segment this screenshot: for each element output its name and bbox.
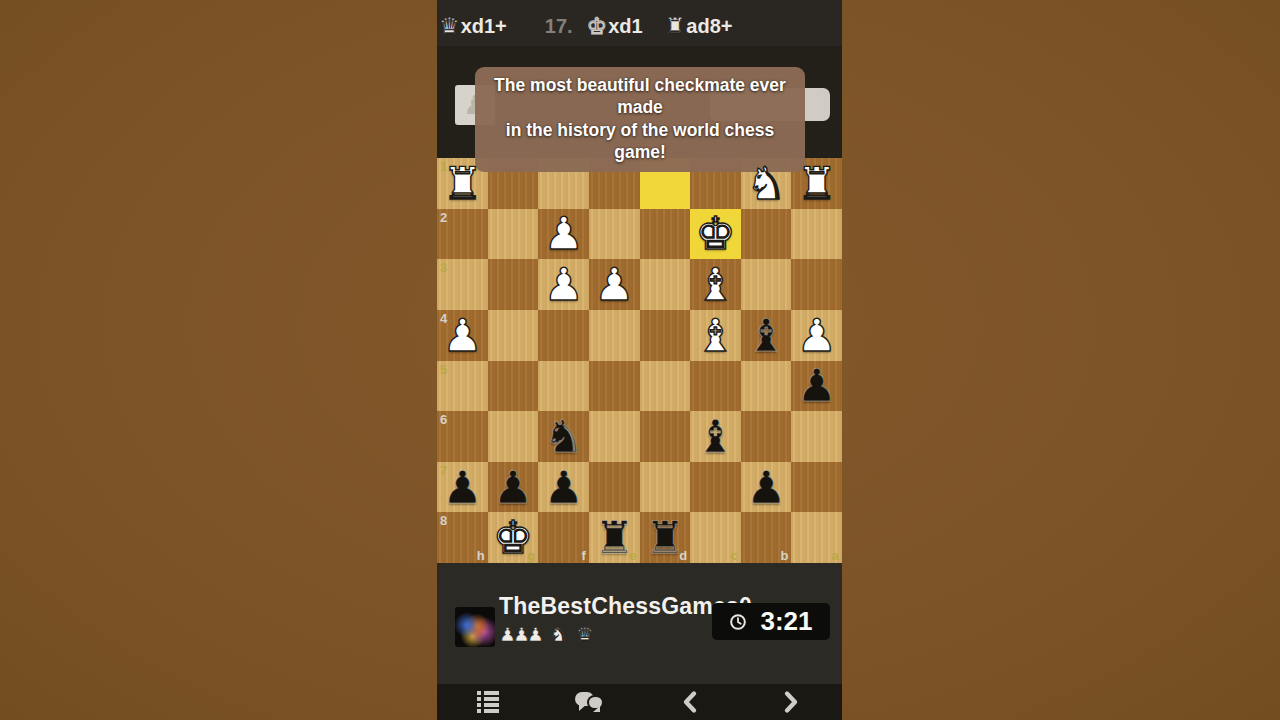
square-h3[interactable]: 3 [437,259,488,310]
clock-icon [729,613,747,631]
rank-label-1: 1 [440,159,447,174]
chess-board[interactable]: 1♜♞♜2♟♚3♟♟♝4♟♝♝♟5♟6♞♝7♟♟♟♟8hg♚fe♜d♜cba [437,158,842,563]
square-e6[interactable] [589,411,640,462]
move-text: xd1+ [461,15,507,38]
square-h6[interactable]: 6 [437,411,488,462]
square-g5[interactable] [488,361,539,412]
rank-label-2: 2 [440,210,447,225]
square-d4[interactable] [640,310,691,361]
video-caption: The most beautiful checkmate ever made i… [475,67,805,172]
rook-figurine-icon: ♜ [665,15,686,38]
file-label-d: d [679,548,687,563]
black-bishop: ♝ [741,310,792,361]
file-label-a: a [832,548,839,563]
square-h4[interactable]: 4♟ [437,310,488,361]
white-pawn: ♟ [791,310,842,361]
square-e3[interactable]: ♟ [589,259,640,310]
caption-line-1: The most beautiful checkmate ever made [481,74,799,119]
captured-queen: ♛ [576,623,593,645]
black-pawn: ♟ [741,462,792,513]
square-c3[interactable]: ♝ [690,259,741,310]
file-label-b: b [780,548,788,563]
square-c2[interactable]: ♚ [690,209,741,260]
square-c7[interactable] [690,462,741,513]
queen-figurine-icon: ♛ [439,15,460,38]
player-clock: 3:21 [712,603,830,640]
square-e4[interactable] [589,310,640,361]
square-b6[interactable] [741,411,792,462]
square-b3[interactable] [741,259,792,310]
previous-move-icon[interactable] [665,687,715,717]
square-d3[interactable] [640,259,691,310]
square-b1[interactable]: ♞ [741,158,792,209]
white-knight: ♞ [741,158,792,209]
captured-pieces: ♟♟♟ ♞ ♛ [499,623,593,645]
white-bishop: ♝ [690,310,741,361]
square-g3[interactable] [488,259,539,310]
player-avatar[interactable] [455,607,495,647]
square-b7[interactable]: ♟ [741,462,792,513]
white-bishop: ♝ [690,259,741,310]
square-e8[interactable]: e♜ [589,512,640,563]
captured-pawns: ♟♟♟ [499,623,541,645]
clock-time: 3:21 [760,606,812,637]
square-e2[interactable] [589,209,640,260]
chess-app-panel: ♛ xd1+ 17. ♚ xd1 ♜ ad8+ ♟ The most beaut… [437,0,842,720]
square-a8[interactable]: a [791,512,842,563]
move-text: ad8+ [686,15,732,38]
square-g2[interactable] [488,209,539,260]
white-pawn: ♟ [589,259,640,310]
white-rook: ♜ [791,158,842,209]
square-d5[interactable] [640,361,691,412]
bottom-nav-bar [437,684,842,720]
square-f4[interactable] [538,310,589,361]
file-label-f: f [582,548,586,563]
square-f6[interactable]: ♞ [538,411,589,462]
square-c6[interactable]: ♝ [690,411,741,462]
square-a5[interactable]: ♟ [791,361,842,412]
square-g6[interactable] [488,411,539,462]
square-b2[interactable] [741,209,792,260]
square-a4[interactable]: ♟ [791,310,842,361]
black-bishop: ♝ [690,411,741,462]
move-black-queen-takes-d1[interactable]: ♛ xd1+ [439,15,507,38]
rank-label-7: 7 [440,463,447,478]
move-list-icon[interactable] [463,687,513,717]
square-e5[interactable] [589,361,640,412]
square-c4[interactable]: ♝ [690,310,741,361]
square-f8[interactable]: f [538,512,589,563]
captured-knight: ♞ [550,623,567,645]
square-h2[interactable]: 2 [437,209,488,260]
square-h5[interactable]: 5 [437,361,488,412]
black-pawn: ♟ [488,462,539,513]
square-h7[interactable]: 7♟ [437,462,488,513]
file-label-h: h [477,548,485,563]
square-f5[interactable] [538,361,589,412]
rank-label-3: 3 [440,260,447,275]
chat-icon[interactable] [564,687,614,717]
square-a1[interactable]: ♜ [791,158,842,209]
file-label-c: c [731,548,738,563]
black-pawn: ♟ [791,361,842,412]
opponent-info-zone: ♟ The most beautiful checkmate ever made… [437,46,842,158]
square-f2[interactable]: ♟ [538,209,589,260]
square-a2[interactable] [791,209,842,260]
square-a7[interactable] [791,462,842,513]
square-a3[interactable] [791,259,842,310]
square-d7[interactable] [640,462,691,513]
square-b5[interactable] [741,361,792,412]
left-letterbox [0,0,437,720]
square-d2[interactable] [640,209,691,260]
square-h8[interactable]: 8h [437,512,488,563]
file-label-e: e [629,548,636,563]
square-f7[interactable]: ♟ [538,462,589,513]
file-label-g: g [527,548,535,563]
next-move-icon[interactable] [766,687,816,717]
white-pawn: ♟ [538,209,589,260]
black-knight: ♞ [538,411,589,462]
white-king: ♚ [690,209,741,260]
king-figurine-icon: ♚ [587,15,608,38]
square-b8[interactable]: b [741,512,792,563]
white-pawn: ♟ [538,259,589,310]
square-d6[interactable] [640,411,691,462]
square-b4[interactable]: ♝ [741,310,792,361]
player-info-bar: TheBestChessGames0 ♟♟♟ ♞ ♛ 3:21 [437,563,842,684]
move-number: 17. [545,15,573,38]
move-list-bar: ♛ xd1+ 17. ♚ xd1 ♜ ad8+ [437,0,842,46]
square-g4[interactable] [488,310,539,361]
square-f3[interactable]: ♟ [538,259,589,310]
square-c8[interactable]: c [690,512,741,563]
square-d8[interactable]: d♜ [640,512,691,563]
rank-label-4: 4 [440,311,447,326]
caption-line-2: in the history of the world chess game! [481,119,799,164]
rank-label-6: 6 [440,412,447,427]
square-g7[interactable]: ♟ [488,462,539,513]
move-rook-a-d8-check[interactable]: ♜ ad8+ [665,15,733,38]
square-a6[interactable] [791,411,842,462]
square-c5[interactable] [690,361,741,412]
right-letterbox [842,0,1280,720]
black-pawn: ♟ [538,462,589,513]
move-text: xd1 [608,15,642,38]
rank-label-8: 8 [440,513,447,528]
square-e7[interactable] [589,462,640,513]
rank-label-5: 5 [440,362,447,377]
square-h1[interactable]: 1♜ [437,158,488,209]
square-g8[interactable]: g♚ [488,512,539,563]
video-frame: ♛ xd1+ 17. ♚ xd1 ♜ ad8+ ♟ The most beaut… [0,0,1280,720]
move-king-takes-d1[interactable]: ♚ xd1 [587,15,643,38]
